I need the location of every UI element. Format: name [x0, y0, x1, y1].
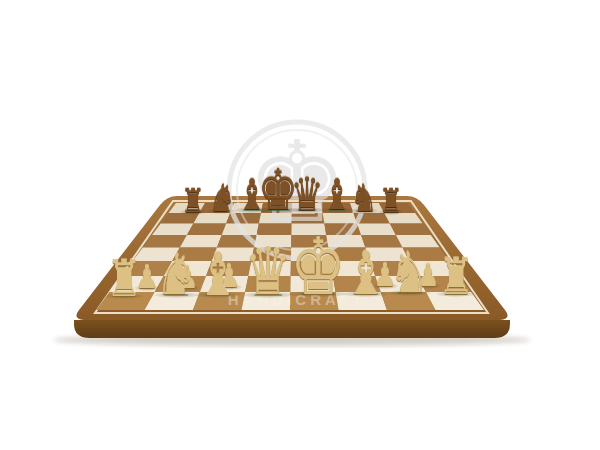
white-knight-g1[interactable]: ♞ — [384, 245, 434, 301]
white-bishop-c1[interactable]: ♝ — [191, 244, 245, 304]
black-rook-a8[interactable]: ♜ — [178, 184, 208, 217]
white-rook-h1[interactable]: ♜ — [434, 252, 479, 302]
square-g6[interactable] — [357, 224, 396, 236]
board-frame-front-face — [74, 320, 510, 338]
white-rook-a1[interactable]: ♜ — [102, 254, 147, 304]
black-rook-h8[interactable]: ♜ — [376, 184, 406, 217]
square-b6[interactable] — [187, 224, 226, 236]
product-photo-canvas: ♚ HANDICRAFT ♜♞♝♚♛♝♞♜♟♟♟♟♟♜♞♝♛♚♝♞♜ — [0, 0, 600, 450]
